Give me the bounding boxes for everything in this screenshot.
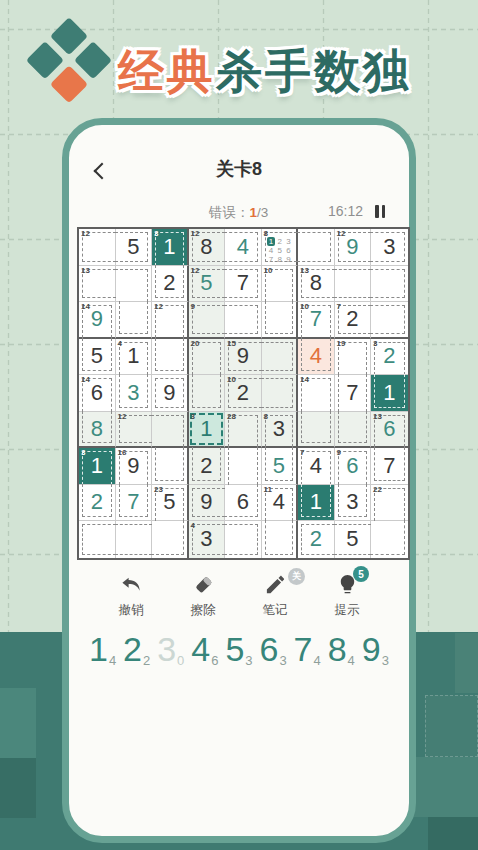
grid-cell-r7c5[interactable] xyxy=(225,448,262,485)
pencil-notes: 123456789 xyxy=(267,237,294,263)
cell-value: 7 xyxy=(335,375,371,411)
grid-cell-r8c2[interactable]: 7 xyxy=(116,485,153,522)
undo-icon xyxy=(120,573,143,596)
numpad-digit-5[interactable]: 53 xyxy=(225,630,252,669)
grid-cell-r4c3[interactable] xyxy=(152,339,189,376)
grid-cell-r8c5[interactable]: 6 xyxy=(225,485,262,522)
digit-remaining-count: 4 xyxy=(348,653,355,668)
grid-cell-r1c5[interactable]: 4 xyxy=(225,229,262,266)
cage-sum-label: 28 xyxy=(227,412,236,422)
numpad-digit-3[interactable]: 30 xyxy=(157,630,184,669)
grid-cell-r6c3[interactable] xyxy=(152,412,189,449)
digit-remaining-count: 3 xyxy=(279,653,286,668)
grid-cell-r9c7[interactable]: 2 xyxy=(298,521,335,558)
numpad-digit-1[interactable]: 14 xyxy=(89,630,116,669)
cell-value: 5 xyxy=(79,339,115,375)
grid-cell-r8c1[interactable]: 2 xyxy=(79,485,116,522)
note-candidate: 5 xyxy=(275,246,284,255)
cage-border xyxy=(155,447,184,481)
grid-cell-r9c9[interactable] xyxy=(371,521,408,558)
grid-cell-r2c5[interactable]: 7 xyxy=(225,266,262,303)
error-counter: 错误：1/3 xyxy=(209,204,268,222)
grid-cell-r8c3[interactable]: 235 xyxy=(152,485,189,522)
cage-border xyxy=(115,269,149,303)
grid-cell-r5c4[interactable] xyxy=(189,375,226,412)
grid-cell-r5c6[interactable] xyxy=(262,375,299,412)
numpad-digit-2[interactable]: 22 xyxy=(123,630,150,669)
grid-cell-r7c2[interactable]: 169 xyxy=(116,448,153,485)
cage-sum-label: 10 xyxy=(300,302,309,312)
cage-sum-label: 7 xyxy=(300,448,304,458)
cell-value: 7 xyxy=(371,448,408,484)
grid-cell-r9c5[interactable] xyxy=(225,521,262,558)
cage-sum-label: 23 xyxy=(154,485,163,495)
cage-sum-label: 10 xyxy=(227,375,236,385)
cell-value: 5 xyxy=(335,521,371,558)
digit: 8 xyxy=(328,630,347,668)
cage-border xyxy=(261,342,294,372)
numpad-digit-7[interactable]: 74 xyxy=(294,630,321,669)
cage-sum-label: 3 xyxy=(373,339,377,349)
note-candidate: 7 xyxy=(267,255,276,264)
note-candidate: 3 xyxy=(284,237,293,246)
cage-border xyxy=(265,520,294,555)
number-pad: 142230465363748493 xyxy=(69,630,409,669)
cage-sum-label: 14 xyxy=(81,375,90,385)
grid-cell-r3c8[interactable]: 72 xyxy=(335,302,372,339)
grid-cell-r5c7[interactable]: 14 xyxy=(298,375,335,412)
game-header: 关卡8 xyxy=(69,153,409,187)
grid-cell-r1c3[interactable]: 31 xyxy=(152,229,189,266)
cage-sum-label: 9 xyxy=(337,448,341,458)
cage-border xyxy=(224,305,258,334)
cage-sum-label: 12 xyxy=(81,229,90,239)
digit-remaining-count: 0 xyxy=(177,653,184,668)
app-title-part1: 经典 xyxy=(118,45,216,97)
cage-border xyxy=(151,415,184,448)
notes-button[interactable]: 关 笔记 xyxy=(249,573,301,625)
cell-value: 2 xyxy=(189,448,225,484)
status-row: 错误：1/3 16:12 xyxy=(69,202,409,224)
cage-sum-label: 19 xyxy=(337,339,346,349)
grid-cell-r9c3[interactable] xyxy=(152,521,189,558)
grid-cell-r9c4[interactable]: 43 xyxy=(189,521,226,558)
grid-cell-r7c9[interactable]: 7 xyxy=(371,448,408,485)
cell-value: 4 xyxy=(298,339,334,375)
cage-sum-label: 8 xyxy=(264,229,268,239)
numpad-digit-8[interactable]: 84 xyxy=(328,630,355,669)
digit: 7 xyxy=(294,630,313,668)
digit: 5 xyxy=(225,630,244,668)
cell-value: 3 xyxy=(371,229,408,265)
grid-cell-r2c9[interactable] xyxy=(371,266,408,303)
grid-cell-r1c4[interactable]: 128 xyxy=(189,229,226,266)
cage-border xyxy=(334,269,372,299)
cage-border xyxy=(151,520,184,555)
grid-cell-r6c6[interactable]: 83 xyxy=(262,412,299,449)
grid-cell-r2c2[interactable] xyxy=(116,266,153,303)
cage-border xyxy=(370,269,405,299)
digit: 2 xyxy=(123,630,142,668)
cage-border xyxy=(192,374,222,408)
grid-cell-r1c8[interactable]: 129 xyxy=(335,229,372,266)
numpad-digit-4[interactable]: 46 xyxy=(191,630,218,669)
grid-cell-r5c5[interactable]: 102 xyxy=(225,375,262,412)
cell-value: 2 xyxy=(152,266,187,302)
pause-icon xyxy=(382,205,386,218)
cell-value: 4 xyxy=(225,229,261,265)
level-title: 关卡8 xyxy=(69,157,409,181)
cell-value: 7 xyxy=(225,266,261,302)
grid-cell-r4c8[interactable]: 19 xyxy=(335,339,372,376)
cage-sum-label: 13 xyxy=(81,266,90,276)
cage-sum-label: 11 xyxy=(264,485,272,495)
grid-cell-r1c7[interactable] xyxy=(298,229,335,266)
cage-sum-label: 4 xyxy=(118,339,122,349)
cage-border xyxy=(192,305,226,334)
cage-border xyxy=(301,411,331,444)
grid-cell-r7c7[interactable]: 74 xyxy=(298,448,335,485)
digit: 6 xyxy=(259,630,278,668)
grid-cell-r2c4[interactable]: 125 xyxy=(189,266,226,303)
grid-cell-r6c1[interactable]: 8 xyxy=(79,412,116,449)
grid-cell-r2c3[interactable]: 2 xyxy=(152,266,189,303)
eraser-icon xyxy=(192,573,215,596)
grid-cell-r6c5[interactable]: 28 xyxy=(225,412,262,449)
cage-border xyxy=(338,411,368,444)
app-title-part2: 杀手数独 xyxy=(216,45,412,97)
grid-cell-r3c5[interactable] xyxy=(225,302,262,339)
grid-cell-r1c9[interactable]: 3 xyxy=(371,229,408,266)
cell-value: 2 xyxy=(298,521,334,558)
grid-cell-r6c7[interactable] xyxy=(298,412,335,449)
note-candidate: 4 xyxy=(267,246,276,255)
digit: 3 xyxy=(157,630,176,668)
grid-cell-r1c1[interactable]: 12 xyxy=(79,229,116,266)
grid-cell-r7c8[interactable]: 96 xyxy=(335,448,372,485)
cell-value: 9 xyxy=(152,375,187,411)
note-candidate: 6 xyxy=(284,246,293,255)
grid-cell-r2c1[interactable]: 13 xyxy=(79,266,116,303)
cage-sum-label: 14 xyxy=(81,302,90,312)
cage-border xyxy=(370,520,405,555)
cell-value: 3 xyxy=(116,375,152,411)
cage-sum-label: 12 xyxy=(191,266,200,276)
cell-value: 5 xyxy=(262,448,297,484)
digit-remaining-count: 4 xyxy=(109,653,116,668)
note-candidate: 9 xyxy=(284,255,293,264)
cage-sum-label: 13 xyxy=(300,266,309,276)
cell-value: 1 xyxy=(298,485,334,521)
cell-value: 8 xyxy=(79,412,115,447)
grid-cell-r4c7[interactable]: 4 xyxy=(298,339,335,376)
grid-cell-r4c1[interactable]: 5 xyxy=(79,339,116,376)
grid-cell-r1c2[interactable]: 5 xyxy=(116,229,153,266)
cell-value: 2 xyxy=(79,485,115,521)
error-label: 错误： xyxy=(209,205,250,220)
cage-sum-label: 3 xyxy=(191,412,195,422)
cage-sum-label: 16 xyxy=(118,448,127,458)
toolbar: 撤销 擦除 关 笔记 xyxy=(69,573,409,625)
cage-sum-label: 9 xyxy=(191,302,195,312)
grid-cell-r9c1[interactable] xyxy=(79,521,116,558)
grid-cell-r1c6[interactable]: 8123456789 xyxy=(262,229,299,266)
grid-cell-r8c9[interactable]: 22 xyxy=(371,485,408,522)
note-candidate: 8 xyxy=(275,255,284,264)
grid-cell-r3c9[interactable] xyxy=(371,302,408,339)
grid-cell-r5c1[interactable]: 146 xyxy=(79,375,116,412)
cage-sum-label: 12 xyxy=(118,412,127,422)
digit-remaining-count: 6 xyxy=(211,653,218,668)
cell-value: 9 xyxy=(189,485,225,521)
grid-cell-r2c7[interactable]: 138 xyxy=(298,266,335,303)
cage-sum-label: 4 xyxy=(191,521,195,531)
grid-cell-r6c2[interactable]: 12 xyxy=(116,412,153,449)
cell-value: 7 xyxy=(116,485,152,521)
cage-border xyxy=(82,524,116,555)
erase-button[interactable]: 擦除 xyxy=(177,573,229,625)
sudoku-grid[interactable]: 1253112848123456789129313212571013814912… xyxy=(77,227,410,560)
grid-cell-r2c6[interactable]: 10 xyxy=(262,266,299,303)
cage-border xyxy=(119,301,149,334)
grid-cell-r3c3[interactable]: 12 xyxy=(152,302,189,339)
grid-cell-r5c8[interactable]: 7 xyxy=(335,375,372,412)
digit: 1 xyxy=(89,630,108,668)
hint-label: 提示 xyxy=(321,602,373,619)
cage-sum-label: 15 xyxy=(227,339,236,349)
grid-cell-r2c8[interactable] xyxy=(335,266,372,303)
note-candidate: 2 xyxy=(275,237,284,246)
grid-cell-r9c2[interactable] xyxy=(116,521,153,558)
cage-sum-label: 20 xyxy=(191,339,200,349)
undo-label: 撤销 xyxy=(105,602,157,619)
grid-cell-r4c5[interactable]: 159 xyxy=(225,339,262,376)
grid-cell-r7c4[interactable]: 2 xyxy=(189,448,226,485)
error-total: /3 xyxy=(257,205,268,220)
cage-border xyxy=(261,378,294,408)
grid-cell-r5c9[interactable]: 1 xyxy=(371,375,408,412)
undo-button[interactable]: 撤销 xyxy=(105,573,157,625)
cell-value: 5 xyxy=(116,229,152,265)
grid-cell-r6c8[interactable] xyxy=(335,412,372,449)
grid-cell-r4c2[interactable]: 41 xyxy=(116,339,153,376)
error-current: 1 xyxy=(250,205,258,220)
grid-cell-r4c4[interactable]: 20 xyxy=(189,339,226,376)
grid-cell-r3c1[interactable]: 149 xyxy=(79,302,116,339)
cage-sum-label: 8 xyxy=(264,412,268,422)
cage-sum-label: 12 xyxy=(337,229,346,239)
hint-count-badge: 5 xyxy=(353,566,369,582)
cage-border xyxy=(370,305,405,334)
grid-cell-r8c7[interactable]: 1 xyxy=(298,485,335,522)
grid-cell-r4c6[interactable] xyxy=(262,339,299,376)
grid-cell-r5c2[interactable]: 3 xyxy=(116,375,153,412)
app-title: 经典杀手数独 xyxy=(95,48,435,94)
cell-value: 3 xyxy=(335,485,371,521)
numpad-digit-9[interactable]: 93 xyxy=(362,630,389,669)
cage-sum-label: 14 xyxy=(300,375,309,385)
cell-value: 1 xyxy=(371,375,408,411)
grid-cell-r7c6[interactable]: 5 xyxy=(262,448,299,485)
grid-cell-r8c4[interactable]: 9 xyxy=(189,485,226,522)
cage-sum-label: 7 xyxy=(337,302,341,312)
pencil-icon xyxy=(264,573,287,596)
grid-cell-r9c6[interactable] xyxy=(262,521,299,558)
pause-button[interactable] xyxy=(375,205,389,218)
cage-border xyxy=(155,338,184,372)
grid-cell-r4c9[interactable]: 32 xyxy=(371,339,408,376)
erase-label: 擦除 xyxy=(177,602,229,619)
notes-off-badge: 关 xyxy=(288,568,305,585)
cage-border xyxy=(228,447,258,485)
grid-cell-r7c3[interactable] xyxy=(152,448,189,485)
cage-sum-label: 12 xyxy=(154,302,163,312)
cage-border xyxy=(224,524,258,555)
cage-sum-label: 3 xyxy=(154,229,158,239)
grid-cell-r5c3[interactable]: 9 xyxy=(152,375,189,412)
grid-cell-r8c6[interactable]: 114 xyxy=(262,485,299,522)
grid-cell-r6c4[interactable]: 31 xyxy=(189,412,226,449)
cage-sum-label: 12 xyxy=(191,229,200,239)
grid-cell-r8c8[interactable]: 3 xyxy=(335,485,372,522)
cage-border xyxy=(115,524,153,555)
timer: 16:12 xyxy=(328,203,363,219)
grid-cell-r6c9[interactable]: 136 xyxy=(371,412,408,449)
hint-button[interactable]: 5 提示 xyxy=(321,573,373,625)
grid-cell-r3c7[interactable]: 107 xyxy=(298,302,335,339)
cage-border xyxy=(297,232,331,262)
pause-icon xyxy=(375,205,379,218)
digit-remaining-count: 2 xyxy=(143,653,150,668)
grid-cell-r9c8[interactable]: 5 xyxy=(335,521,372,558)
numpad-digit-6[interactable]: 63 xyxy=(259,630,286,669)
phone-frame: 关卡8 错误：1/3 16:12 12531128481234567891293… xyxy=(62,118,416,843)
notes-label: 笔记 xyxy=(249,602,301,619)
digit: 9 xyxy=(362,630,381,668)
grid-cell-r3c2[interactable] xyxy=(116,302,153,339)
digit-remaining-count: 4 xyxy=(313,653,320,668)
grid-cell-r3c6[interactable] xyxy=(262,302,299,339)
grid-cell-r3c4[interactable]: 9 xyxy=(189,302,226,339)
digit-remaining-count: 3 xyxy=(382,653,389,668)
grid-cell-r7c1[interactable]: 31 xyxy=(79,448,116,485)
cell-value: 6 xyxy=(225,485,261,521)
cage-sum-label: 22 xyxy=(373,485,382,495)
cage-sum-label: 13 xyxy=(373,412,382,422)
cage-sum-label: 10 xyxy=(264,266,273,276)
cage-border xyxy=(265,301,294,334)
cage-sum-label: 3 xyxy=(81,448,85,458)
digit-remaining-count: 3 xyxy=(245,653,252,668)
digit: 4 xyxy=(191,630,210,668)
